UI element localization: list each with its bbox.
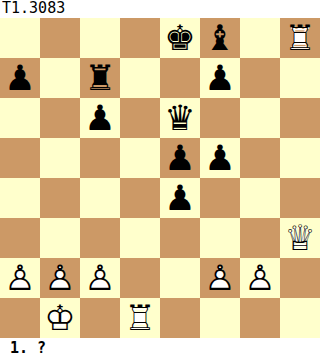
square-h7[interactable] [280, 58, 320, 98]
square-c1[interactable] [80, 298, 120, 338]
piece-white-queen[interactable]: ♛♕ [280, 218, 320, 258]
piece-black-pawn[interactable]: ♟ [200, 138, 240, 178]
square-d2[interactable] [120, 258, 160, 298]
square-e6[interactable]: ♛ [160, 98, 200, 138]
piece-white-rook[interactable]: ♜♖ [120, 298, 160, 338]
piece-outline-layer: ♔ [40, 298, 80, 338]
square-h8[interactable]: ♜♖ [280, 18, 320, 58]
square-b3[interactable] [40, 218, 80, 258]
square-a5[interactable] [0, 138, 40, 178]
square-e2[interactable] [160, 258, 200, 298]
square-a8[interactable] [0, 18, 40, 58]
square-g3[interactable] [240, 218, 280, 258]
square-b4[interactable] [40, 178, 80, 218]
piece-outline-layer: ♙ [0, 258, 40, 298]
square-a2[interactable]: ♟♙ [0, 258, 40, 298]
square-h6[interactable] [280, 98, 320, 138]
square-c4[interactable] [80, 178, 120, 218]
square-a7[interactable]: ♟ [0, 58, 40, 98]
square-e8[interactable]: ♚ [160, 18, 200, 58]
square-f3[interactable] [200, 218, 240, 258]
square-e4[interactable]: ♟ [160, 178, 200, 218]
square-g1[interactable] [240, 298, 280, 338]
square-h3[interactable]: ♛♕ [280, 218, 320, 258]
square-c3[interactable] [80, 218, 120, 258]
square-e5[interactable]: ♟ [160, 138, 200, 178]
piece-outline-layer: ♙ [40, 258, 80, 298]
piece-black-bishop[interactable]: ♝ [200, 18, 240, 58]
piece-white-rook[interactable]: ♜♖ [280, 18, 320, 58]
square-f5[interactable]: ♟ [200, 138, 240, 178]
square-e3[interactable] [160, 218, 200, 258]
square-f2[interactable]: ♟♙ [200, 258, 240, 298]
square-d7[interactable] [120, 58, 160, 98]
square-g5[interactable] [240, 138, 280, 178]
square-e7[interactable] [160, 58, 200, 98]
square-a4[interactable] [0, 178, 40, 218]
square-h5[interactable] [280, 138, 320, 178]
chess-puzzle-window: T1.3083 ♚♝♜♖♟♜♟♟♛♟♟♟♛♕♟♙♟♙♟♙♟♙♟♙♚♔♜♖ 1. … [0, 0, 320, 360]
square-d6[interactable] [120, 98, 160, 138]
piece-outline-layer: ♙ [240, 258, 280, 298]
piece-outline-layer: ♙ [200, 258, 240, 298]
square-b7[interactable] [40, 58, 80, 98]
square-f6[interactable] [200, 98, 240, 138]
square-c7[interactable]: ♜ [80, 58, 120, 98]
square-d8[interactable] [120, 18, 160, 58]
piece-black-pawn[interactable]: ♟ [160, 138, 200, 178]
square-f7[interactable]: ♟ [200, 58, 240, 98]
square-d5[interactable] [120, 138, 160, 178]
piece-black-rook[interactable]: ♜ [80, 58, 120, 98]
square-f4[interactable] [200, 178, 240, 218]
piece-outline-layer: ♖ [120, 298, 160, 338]
square-b2[interactable]: ♟♙ [40, 258, 80, 298]
square-d4[interactable] [120, 178, 160, 218]
square-c2[interactable]: ♟♙ [80, 258, 120, 298]
square-a6[interactable] [0, 98, 40, 138]
square-c8[interactable] [80, 18, 120, 58]
piece-black-pawn[interactable]: ♟ [80, 98, 120, 138]
square-e1[interactable] [160, 298, 200, 338]
move-prompt: 1. ? [0, 338, 320, 360]
square-g6[interactable] [240, 98, 280, 138]
square-h2[interactable] [280, 258, 320, 298]
piece-black-queen[interactable]: ♛ [160, 98, 200, 138]
square-b6[interactable] [40, 98, 80, 138]
square-c5[interactable] [80, 138, 120, 178]
piece-outline-layer: ♕ [280, 218, 320, 258]
piece-white-pawn[interactable]: ♟♙ [200, 258, 240, 298]
square-b8[interactable] [40, 18, 80, 58]
puzzle-id-label: T1.3083 [0, 0, 320, 18]
piece-black-king[interactable]: ♚ [160, 18, 200, 58]
square-g4[interactable] [240, 178, 280, 218]
piece-white-king[interactable]: ♚♔ [40, 298, 80, 338]
square-f8[interactable]: ♝ [200, 18, 240, 58]
square-a3[interactable] [0, 218, 40, 258]
piece-white-pawn[interactable]: ♟♙ [80, 258, 120, 298]
square-f1[interactable] [200, 298, 240, 338]
piece-white-pawn[interactable]: ♟♙ [240, 258, 280, 298]
piece-white-pawn[interactable]: ♟♙ [0, 258, 40, 298]
chess-board: ♚♝♜♖♟♜♟♟♛♟♟♟♛♕♟♙♟♙♟♙♟♙♟♙♚♔♜♖ [0, 18, 320, 338]
square-g2[interactable]: ♟♙ [240, 258, 280, 298]
square-b5[interactable] [40, 138, 80, 178]
piece-black-pawn[interactable]: ♟ [200, 58, 240, 98]
square-d3[interactable] [120, 218, 160, 258]
square-b1[interactable]: ♚♔ [40, 298, 80, 338]
square-g7[interactable] [240, 58, 280, 98]
piece-white-pawn[interactable]: ♟♙ [40, 258, 80, 298]
piece-outline-layer: ♖ [280, 18, 320, 58]
piece-outline-layer: ♙ [80, 258, 120, 298]
piece-black-pawn[interactable]: ♟ [0, 58, 40, 98]
square-g8[interactable] [240, 18, 280, 58]
square-a1[interactable] [0, 298, 40, 338]
square-h4[interactable] [280, 178, 320, 218]
square-h1[interactable] [280, 298, 320, 338]
square-c6[interactable]: ♟ [80, 98, 120, 138]
square-d1[interactable]: ♜♖ [120, 298, 160, 338]
piece-black-pawn[interactable]: ♟ [160, 178, 200, 218]
